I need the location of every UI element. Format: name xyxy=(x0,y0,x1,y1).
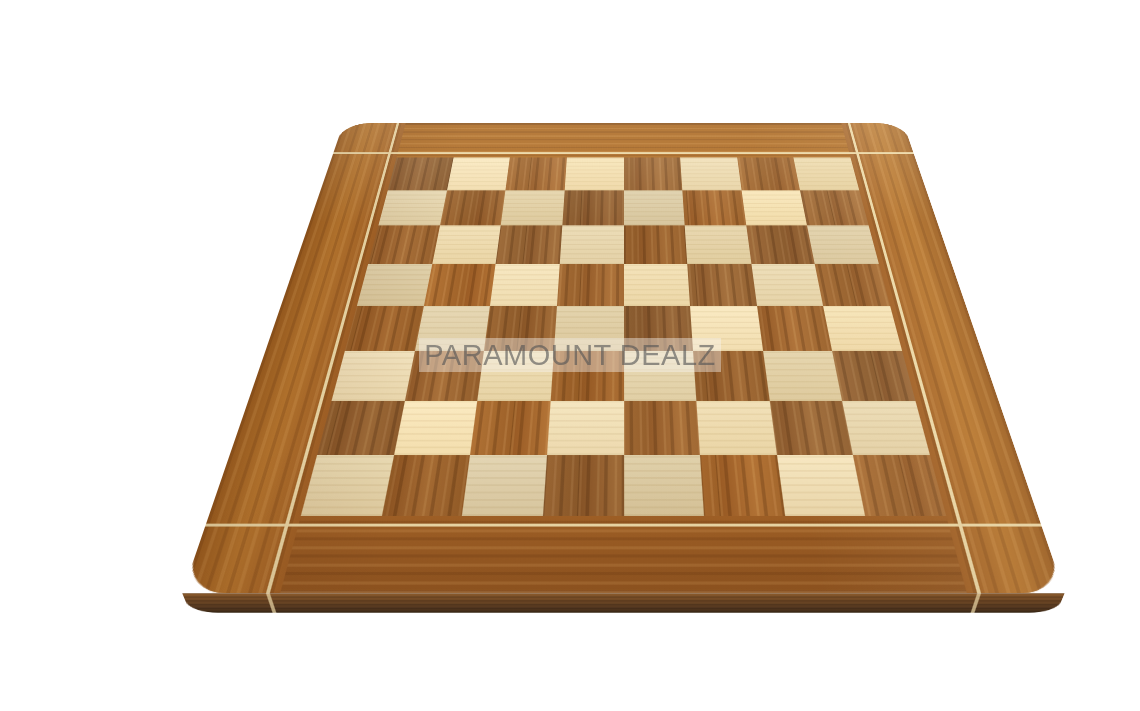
square-f8 xyxy=(680,157,741,190)
square-b7 xyxy=(440,190,506,225)
board-frame-left xyxy=(182,123,406,593)
square-f2 xyxy=(696,401,776,456)
inlay-line-top xyxy=(333,152,914,153)
square-e7 xyxy=(624,190,685,225)
square-h4 xyxy=(823,306,902,351)
square-b2 xyxy=(394,401,478,456)
square-h7 xyxy=(800,190,868,225)
square-e4 xyxy=(624,306,694,351)
square-h2 xyxy=(842,401,930,456)
square-a5 xyxy=(357,264,432,306)
square-g7 xyxy=(741,190,807,225)
square-g2 xyxy=(769,401,853,456)
square-f7 xyxy=(682,190,746,225)
square-g1 xyxy=(777,455,866,516)
square-d2 xyxy=(547,401,624,456)
square-e6 xyxy=(624,226,688,264)
square-f5 xyxy=(687,264,756,306)
edge-inlay-stripe-left xyxy=(266,593,276,613)
square-d3 xyxy=(551,351,624,401)
square-e1 xyxy=(624,455,705,516)
chess-board xyxy=(182,123,1065,593)
square-a3 xyxy=(332,351,415,401)
square-c6 xyxy=(496,226,562,264)
square-c2 xyxy=(470,401,550,456)
edge-inlay-stripe-right xyxy=(971,593,981,613)
square-a6 xyxy=(368,226,440,264)
board-frame-right xyxy=(841,123,1065,593)
square-h3 xyxy=(832,351,915,401)
square-e3 xyxy=(624,351,697,401)
square-d7 xyxy=(562,190,623,225)
square-g4 xyxy=(757,306,833,351)
square-f3 xyxy=(693,351,769,401)
square-b6 xyxy=(432,226,501,264)
square-c5 xyxy=(490,264,559,306)
board-top-face xyxy=(182,123,1065,593)
square-c1 xyxy=(462,455,547,516)
square-g8 xyxy=(737,157,800,190)
square-c7 xyxy=(501,190,565,225)
square-g3 xyxy=(763,351,843,401)
square-e8 xyxy=(624,157,683,190)
product-photo-scene: PARAMOUNT DEALZ xyxy=(0,0,1140,711)
square-e2 xyxy=(624,401,701,456)
square-f6 xyxy=(685,226,751,264)
square-f4 xyxy=(690,306,763,351)
board-front-edge xyxy=(182,593,1065,613)
square-f1 xyxy=(700,455,785,516)
square-d5 xyxy=(557,264,624,306)
square-b1 xyxy=(381,455,470,516)
square-a8 xyxy=(388,157,453,190)
square-a7 xyxy=(378,190,446,225)
square-a2 xyxy=(317,401,405,456)
square-d1 xyxy=(543,455,624,516)
square-g5 xyxy=(751,264,823,306)
square-e5 xyxy=(624,264,691,306)
square-a1 xyxy=(301,455,394,516)
square-h1 xyxy=(853,455,946,516)
square-g6 xyxy=(746,226,815,264)
square-h5 xyxy=(815,264,890,306)
square-b4 xyxy=(415,306,491,351)
board-grid xyxy=(301,157,946,515)
square-b3 xyxy=(405,351,485,401)
square-h8 xyxy=(794,157,859,190)
square-c8 xyxy=(506,157,567,190)
square-h6 xyxy=(807,226,879,264)
square-d4 xyxy=(554,306,624,351)
square-d8 xyxy=(565,157,624,190)
square-c4 xyxy=(484,306,557,351)
square-c3 xyxy=(478,351,554,401)
square-b8 xyxy=(447,157,510,190)
square-b5 xyxy=(424,264,496,306)
square-a4 xyxy=(345,306,424,351)
square-d6 xyxy=(560,226,624,264)
inlay-line-bottom xyxy=(205,524,1042,527)
